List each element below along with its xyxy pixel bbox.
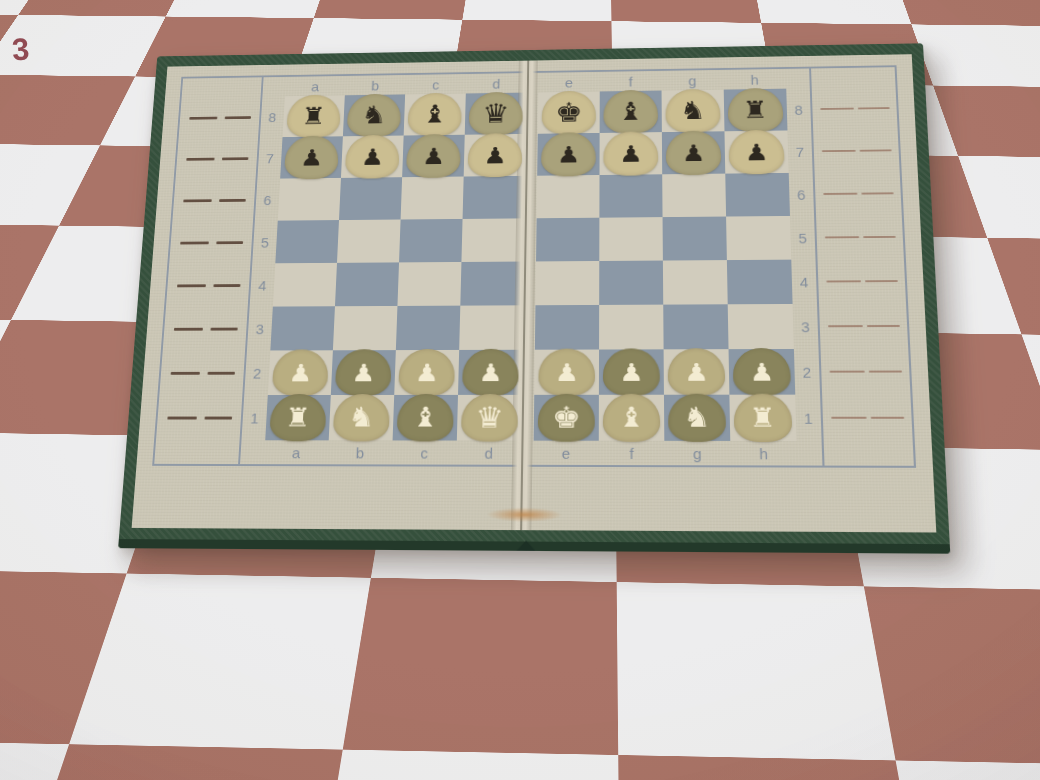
rank-label-6: 6 xyxy=(256,193,280,207)
storage-slit xyxy=(828,325,863,327)
storage-slit xyxy=(216,241,243,244)
storage-slit xyxy=(219,199,246,202)
storage-slit xyxy=(225,116,251,119)
piece-black-knight-b8[interactable]: ♞ xyxy=(347,94,402,138)
travel-chess-book: abcdefgh 87654321 ♜♞♝♛♚♝♞♜♟♟♟♟♟♟♟♟♟♟♟♟♟♟… xyxy=(118,43,950,553)
square-c6[interactable] xyxy=(401,177,464,220)
file-label-c: c xyxy=(392,445,457,460)
square-h1[interactable]: ♜ xyxy=(729,395,796,441)
piece-black-pawn-h7[interactable]: ♟ xyxy=(728,130,784,175)
file-label-b: b xyxy=(328,445,393,460)
white-rook-glyph: ♜ xyxy=(749,404,776,431)
square-g7[interactable]: ♟ xyxy=(662,131,725,174)
square-g3[interactable] xyxy=(663,304,728,349)
storage-slit xyxy=(831,417,866,419)
black-pawn-glyph: ♟ xyxy=(681,141,705,164)
piece-white-pawn-h2[interactable]: ♟ xyxy=(733,348,792,396)
storage-slit xyxy=(167,417,197,420)
file-label-e: e xyxy=(533,445,598,460)
black-pawn-glyph: ♟ xyxy=(300,146,324,169)
white-pawn-glyph: ♟ xyxy=(478,360,503,384)
black-rook-glyph: ♜ xyxy=(301,104,327,128)
piece-white-pawn-e2[interactable]: ♟ xyxy=(538,349,595,396)
file-label-h: h xyxy=(730,445,797,460)
square-h3[interactable] xyxy=(728,304,794,349)
piece-black-king-e8[interactable]: ♚ xyxy=(542,91,596,135)
file-label-h: h xyxy=(723,72,786,86)
storage-slit xyxy=(823,193,857,195)
piece-white-pawn-g2[interactable]: ♟ xyxy=(668,348,726,396)
storage-slit xyxy=(826,280,861,282)
storage-slit xyxy=(186,158,214,161)
storage-slit xyxy=(858,107,890,109)
piece-black-knight-g8[interactable]: ♞ xyxy=(665,89,720,133)
square-c3[interactable] xyxy=(396,306,460,350)
square-c2[interactable]: ♟ xyxy=(394,350,459,395)
storage-slit xyxy=(210,328,237,331)
storage-slit xyxy=(869,371,902,373)
storage-slit xyxy=(174,328,203,331)
linen-board-surface: abcdefgh 87654321 ♜♞♝♛♚♝♞♜♟♟♟♟♟♟♟♟♟♟♟♟♟♟… xyxy=(132,54,937,532)
square-b2[interactable]: ♟ xyxy=(331,350,396,395)
square-g5[interactable] xyxy=(663,217,727,261)
square-c5[interactable] xyxy=(399,219,463,262)
white-rook-glyph: ♜ xyxy=(285,404,312,430)
file-label-f: f xyxy=(600,74,662,88)
white-pawn-glyph: ♟ xyxy=(619,360,644,385)
square-g6[interactable] xyxy=(662,174,726,218)
black-pawn-glyph: ♟ xyxy=(619,142,643,165)
square-a7[interactable]: ♟ xyxy=(280,136,343,178)
rank-label-7: 7 xyxy=(788,144,812,158)
square-f2[interactable]: ♟ xyxy=(599,349,664,394)
piece-white-knight-b1[interactable]: ♞ xyxy=(333,394,391,441)
square-g8[interactable]: ♞ xyxy=(662,90,725,133)
white-queen-glyph: ♛ xyxy=(475,403,504,432)
square-f8[interactable]: ♝ xyxy=(600,91,662,133)
storage-slit xyxy=(865,280,898,282)
piece-black-rook-a8[interactable]: ♜ xyxy=(286,94,341,137)
square-f6[interactable] xyxy=(599,174,662,217)
black-bishop-glyph: ♝ xyxy=(422,102,448,127)
square-h4[interactable] xyxy=(727,260,793,305)
storage-slit xyxy=(204,417,232,420)
square-e3[interactable] xyxy=(535,305,599,350)
rank-label-7: 7 xyxy=(258,151,281,165)
square-b6[interactable] xyxy=(339,177,402,220)
piece-black-bishop-f8[interactable]: ♝ xyxy=(604,90,658,134)
cover-fold-notch xyxy=(517,540,536,550)
file-label-g: g xyxy=(661,73,723,87)
storage-slit xyxy=(213,284,240,287)
piece-black-pawn-a7[interactable]: ♟ xyxy=(284,135,339,179)
rank-label-1: 1 xyxy=(242,410,266,425)
book-cover: abcdefgh 87654321 ♜♞♝♛♚♝♞♜♟♟♟♟♟♟♟♟♟♟♟♟♟♟… xyxy=(118,43,950,553)
piece-black-pawn-f7[interactable]: ♟ xyxy=(603,131,658,176)
right-storage-panel xyxy=(811,67,914,466)
black-knight-glyph: ♞ xyxy=(361,103,387,128)
square-c1[interactable]: ♝ xyxy=(393,395,458,441)
storage-slit xyxy=(822,150,856,152)
storage-slit xyxy=(825,236,859,238)
black-pawn-glyph: ♟ xyxy=(422,145,446,168)
black-queen-glyph: ♛ xyxy=(482,100,510,127)
square-c8[interactable]: ♝ xyxy=(404,93,466,135)
square-g4[interactable] xyxy=(663,260,728,305)
piece-black-pawn-g7[interactable]: ♟ xyxy=(666,130,722,175)
square-a2[interactable]: ♟ xyxy=(268,350,333,395)
piece-white-pawn-f2[interactable]: ♟ xyxy=(603,348,660,395)
fold-center-line xyxy=(520,61,529,531)
white-pawn-glyph: ♟ xyxy=(554,360,579,384)
storage-slit xyxy=(820,108,854,110)
black-knight-glyph: ♞ xyxy=(680,98,707,123)
storage-slit xyxy=(180,242,209,245)
black-rook-glyph: ♜ xyxy=(742,98,768,123)
piece-white-pawn-d2[interactable]: ♟ xyxy=(462,349,519,396)
white-pawn-glyph: ♟ xyxy=(288,361,313,385)
white-king-glyph: ♚ xyxy=(552,403,581,432)
square-e6[interactable] xyxy=(537,175,600,218)
piece-white-knight-g1[interactable]: ♞ xyxy=(668,394,726,442)
rank-label-5: 5 xyxy=(790,230,815,244)
black-pawn-glyph: ♟ xyxy=(557,143,581,166)
square-g1[interactable]: ♞ xyxy=(664,395,730,441)
black-pawn-glyph: ♟ xyxy=(744,140,768,163)
black-pawn-glyph: ♟ xyxy=(483,144,507,167)
rank-label-1: 1 xyxy=(796,410,821,425)
storage-slit xyxy=(183,199,211,202)
white-bishop-glyph: ♝ xyxy=(411,404,439,431)
square-b3[interactable] xyxy=(333,306,398,350)
photo-scene: 3 abcdefgh 87654321 ♜♞♝♛♚♝♞♜♟♟♟♟♟♟♟♟♟♟♟♟… xyxy=(0,0,1040,780)
rank-label-3: 3 xyxy=(248,321,272,335)
file-label-a: a xyxy=(285,79,346,93)
square-f1[interactable]: ♝ xyxy=(599,395,665,441)
black-king-glyph: ♚ xyxy=(555,99,583,126)
square-f3[interactable] xyxy=(599,305,664,350)
square-h6[interactable] xyxy=(725,173,790,217)
square-e1[interactable]: ♚ xyxy=(534,395,599,441)
piece-white-queen-d1[interactable]: ♛ xyxy=(461,394,518,442)
black-bishop-glyph: ♝ xyxy=(618,99,644,124)
piece-black-pawn-b7[interactable]: ♟ xyxy=(345,135,400,179)
rank-label-5: 5 xyxy=(253,235,277,249)
piece-white-pawn-a2[interactable]: ♟ xyxy=(272,349,329,396)
piece-white-king-e1[interactable]: ♚ xyxy=(538,394,595,442)
white-knight-glyph: ♞ xyxy=(683,404,711,432)
file-label-f: f xyxy=(599,445,665,460)
white-bishop-glyph: ♝ xyxy=(618,404,646,432)
storage-slit xyxy=(867,325,900,327)
square-e4[interactable] xyxy=(535,261,599,305)
piece-white-rook-h1[interactable]: ♜ xyxy=(733,394,792,442)
rank-label-8: 8 xyxy=(787,102,811,116)
storage-slit xyxy=(871,417,905,419)
square-h5[interactable] xyxy=(726,216,791,260)
rank-label-4: 4 xyxy=(251,278,275,292)
square-a8[interactable]: ♜ xyxy=(283,95,345,137)
square-b1[interactable]: ♞ xyxy=(329,395,395,440)
rank-label-4: 4 xyxy=(792,274,817,289)
piece-black-queen-d8[interactable]: ♛ xyxy=(469,92,523,136)
fold-wear-mark xyxy=(486,507,562,522)
rank-label-8: 8 xyxy=(261,110,284,124)
white-pawn-glyph: ♟ xyxy=(351,360,376,384)
rank-label-2: 2 xyxy=(245,365,269,380)
black-pawn-glyph: ♟ xyxy=(360,145,384,168)
storage-slit xyxy=(208,372,235,375)
rank-label-2: 2 xyxy=(794,364,819,379)
piece-black-pawn-c7[interactable]: ♟ xyxy=(406,134,461,178)
storage-slit xyxy=(171,372,200,375)
storage-slit xyxy=(860,149,892,151)
square-h2[interactable]: ♟ xyxy=(729,349,796,395)
storage-slit xyxy=(177,284,206,287)
square-c7[interactable]: ♟ xyxy=(402,135,465,177)
storage-slit xyxy=(222,157,248,160)
square-g2[interactable]: ♟ xyxy=(664,349,730,395)
storage-slit xyxy=(830,371,865,373)
square-a4[interactable] xyxy=(273,263,337,307)
square-f7[interactable]: ♟ xyxy=(600,132,663,175)
rank-label-3: 3 xyxy=(793,319,818,334)
square-h7[interactable]: ♟ xyxy=(724,130,788,173)
white-knight-glyph: ♞ xyxy=(348,404,376,431)
rank-label-6: 6 xyxy=(789,187,813,201)
square-b8[interactable]: ♞ xyxy=(343,94,405,136)
square-f5[interactable] xyxy=(599,217,663,261)
square-e8[interactable]: ♚ xyxy=(538,91,600,133)
square-a6[interactable] xyxy=(278,178,341,221)
white-pawn-glyph: ♟ xyxy=(684,360,709,385)
piece-black-pawn-e7[interactable]: ♟ xyxy=(541,132,596,176)
piece-black-pawn-d7[interactable]: ♟ xyxy=(467,133,522,177)
square-b7[interactable]: ♟ xyxy=(341,136,404,178)
square-e7[interactable]: ♟ xyxy=(537,133,599,176)
piece-white-bishop-c1[interactable]: ♝ xyxy=(397,394,454,442)
storage-slit xyxy=(189,117,217,120)
white-pawn-glyph: ♟ xyxy=(414,360,439,384)
square-a3[interactable] xyxy=(270,306,335,350)
square-b4[interactable] xyxy=(335,262,399,306)
file-label-g: g xyxy=(664,445,730,460)
piece-white-bishop-f1[interactable]: ♝ xyxy=(603,394,660,442)
square-e5[interactable] xyxy=(536,218,599,262)
piece-black-bishop-c8[interactable]: ♝ xyxy=(407,93,462,137)
piece-black-rook-h8[interactable]: ♜ xyxy=(728,88,784,132)
square-f4[interactable] xyxy=(599,261,663,305)
floor-coordinate-label: 3 xyxy=(11,31,31,68)
white-pawn-glyph: ♟ xyxy=(749,359,774,384)
piece-white-pawn-b2[interactable]: ♟ xyxy=(335,349,392,396)
square-c4[interactable] xyxy=(397,262,461,306)
square-h8[interactable]: ♜ xyxy=(724,89,788,132)
file-label-c: c xyxy=(405,77,466,91)
file-label-a: a xyxy=(264,445,328,460)
piece-white-rook-a1[interactable]: ♜ xyxy=(269,394,327,441)
storage-slit xyxy=(863,236,896,238)
file-label-b: b xyxy=(345,78,406,92)
square-b5[interactable] xyxy=(337,220,401,263)
square-a1[interactable]: ♜ xyxy=(265,395,331,440)
square-e2[interactable]: ♟ xyxy=(534,350,599,395)
square-a5[interactable] xyxy=(275,220,339,263)
storage-slit xyxy=(861,192,893,194)
file-label-e: e xyxy=(538,75,599,89)
piece-white-pawn-c2[interactable]: ♟ xyxy=(398,349,455,396)
